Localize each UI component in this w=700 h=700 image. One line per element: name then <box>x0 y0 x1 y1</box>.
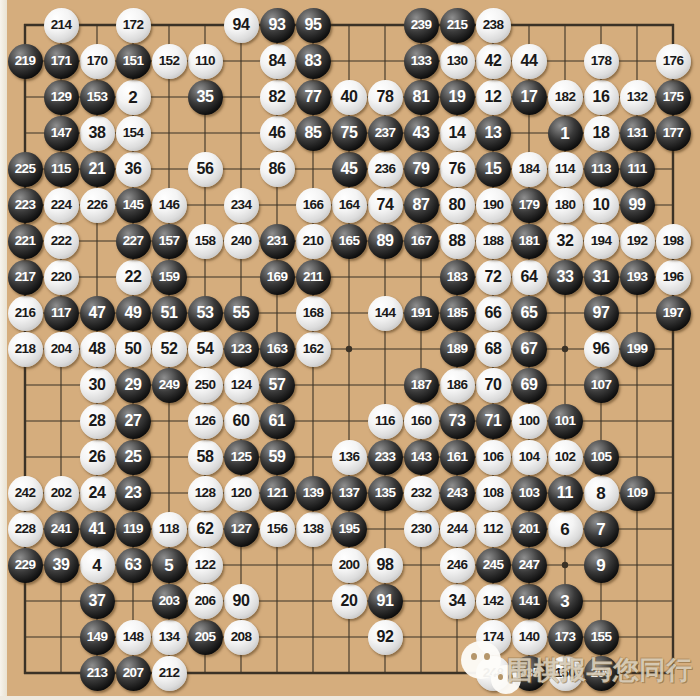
stone-white-150: 150 <box>548 656 583 691</box>
stone-black-67: 67 <box>512 332 547 367</box>
stone-black-111: 111 <box>620 152 655 187</box>
stone-white-30: 30 <box>80 368 115 403</box>
stone-black-141: 141 <box>512 584 547 619</box>
stone-white-186: 186 <box>440 368 475 403</box>
stone-black-61: 61 <box>260 404 295 439</box>
stone-white-52: 52 <box>152 332 187 367</box>
stone-white-220: 220 <box>44 260 79 295</box>
stone-black-221: 221 <box>8 224 43 259</box>
stones-layer: 1234567891011121314151617181920212223242… <box>0 0 700 700</box>
stone-white-18: 18 <box>584 116 619 151</box>
stone-white-96: 96 <box>584 332 619 367</box>
stone-white-202: 202 <box>44 476 79 511</box>
stone-black-89: 89 <box>368 224 403 259</box>
stone-white-50: 50 <box>116 332 151 367</box>
stone-black-195: 195 <box>332 512 367 547</box>
stone-white-102: 102 <box>548 440 583 475</box>
stone-white-44: 44 <box>512 44 547 79</box>
stone-black-109: 109 <box>620 476 655 511</box>
stone-black-227: 227 <box>116 224 151 259</box>
stone-white-140: 140 <box>512 620 547 655</box>
stone-black-57: 57 <box>260 368 295 403</box>
stone-white-118: 118 <box>152 512 187 547</box>
stone-black-243: 243 <box>440 476 475 511</box>
stone-white-70: 70 <box>476 368 511 403</box>
stone-white-208: 208 <box>224 620 259 655</box>
stone-black-5: 5 <box>152 548 187 583</box>
stone-black-53: 53 <box>188 296 223 331</box>
stone-white-198: 198 <box>656 224 691 259</box>
stone-white-16: 16 <box>584 80 619 115</box>
stone-white-42: 42 <box>476 44 511 79</box>
stone-black-165: 165 <box>332 224 367 259</box>
stone-black-151: 151 <box>116 44 151 79</box>
stone-white-64: 64 <box>512 260 547 295</box>
stone-black-199: 199 <box>620 332 655 367</box>
stone-black-33: 33 <box>548 260 583 295</box>
stone-white-20: 20 <box>332 584 367 619</box>
page-margin-left <box>0 0 7 700</box>
kifu-diagram: 1234567891011121314151617181920212223242… <box>0 0 700 700</box>
stone-black-225: 225 <box>8 152 43 187</box>
stone-white-88: 88 <box>440 224 475 259</box>
stone-black-153: 153 <box>80 80 115 115</box>
stone-black-113: 113 <box>584 152 619 187</box>
stone-black-169: 169 <box>260 260 295 295</box>
stone-black-167: 167 <box>404 224 439 259</box>
stone-white-6: 6 <box>548 512 583 547</box>
stone-black-131: 131 <box>620 116 655 151</box>
stone-white-54: 54 <box>188 332 223 367</box>
stone-white-154: 154 <box>116 116 151 151</box>
stone-black-209: 209 <box>584 656 619 691</box>
stone-white-84: 84 <box>260 44 295 79</box>
stone-black-63: 63 <box>116 548 151 583</box>
stone-white-138: 138 <box>296 512 331 547</box>
stone-white-142: 142 <box>476 584 511 619</box>
stone-white-130: 130 <box>440 44 475 79</box>
stone-black-83: 83 <box>296 44 331 79</box>
stone-black-19: 19 <box>440 80 475 115</box>
stone-white-240: 240 <box>224 224 259 259</box>
stone-black-197: 197 <box>656 296 691 331</box>
stone-white-204: 204 <box>44 332 79 367</box>
stone-black-93: 93 <box>260 8 295 43</box>
stone-white-132: 132 <box>620 80 655 115</box>
stone-white-238: 238 <box>476 8 511 43</box>
stone-black-17: 17 <box>512 80 547 115</box>
stone-white-206: 206 <box>188 584 223 619</box>
stone-black-137: 137 <box>332 476 367 511</box>
stone-black-129: 129 <box>44 80 79 115</box>
stone-black-183: 183 <box>440 260 475 295</box>
stone-white-158: 158 <box>188 224 223 259</box>
stone-white-58: 58 <box>188 440 223 475</box>
stone-black-31: 31 <box>584 260 619 295</box>
stone-black-179: 179 <box>512 188 547 223</box>
stone-black-233: 233 <box>368 440 403 475</box>
stone-black-107: 107 <box>584 368 619 403</box>
stone-black-235: 235 <box>512 656 547 691</box>
stone-white-228: 228 <box>8 512 43 547</box>
stone-black-139: 139 <box>296 476 331 511</box>
stone-black-145: 145 <box>116 188 151 223</box>
stone-black-175: 175 <box>656 80 691 115</box>
stone-black-231: 231 <box>260 224 295 259</box>
stone-white-34: 34 <box>440 584 475 619</box>
stone-black-43: 43 <box>404 116 439 151</box>
stone-white-184: 184 <box>512 152 547 187</box>
stone-white-28: 28 <box>80 404 115 439</box>
stone-black-213: 213 <box>80 656 115 691</box>
stone-black-161: 161 <box>440 440 475 475</box>
stone-black-237: 237 <box>368 116 403 151</box>
stone-white-196: 196 <box>656 260 691 295</box>
stone-black-81: 81 <box>404 80 439 115</box>
stone-black-219: 219 <box>8 44 43 79</box>
stone-white-120: 120 <box>224 476 259 511</box>
stone-black-101: 101 <box>548 404 583 439</box>
stone-black-9: 9 <box>584 548 619 583</box>
stone-white-216: 216 <box>8 296 43 331</box>
stone-white-66: 66 <box>476 296 511 331</box>
stone-black-249: 249 <box>152 368 187 403</box>
stone-white-100: 100 <box>512 404 547 439</box>
stone-black-37: 37 <box>80 584 115 619</box>
stone-white-192: 192 <box>620 224 655 259</box>
stone-black-55: 55 <box>224 296 259 331</box>
stone-white-104: 104 <box>512 440 547 475</box>
stone-black-135: 135 <box>368 476 403 511</box>
stone-white-8: 8 <box>584 476 619 511</box>
stone-black-203: 203 <box>152 584 187 619</box>
stone-white-134: 134 <box>152 620 187 655</box>
stone-black-47: 47 <box>80 296 115 331</box>
stone-white-126: 126 <box>188 404 223 439</box>
stone-white-180: 180 <box>548 188 583 223</box>
stone-white-114: 114 <box>548 152 583 187</box>
stone-black-245: 245 <box>476 548 511 583</box>
stone-white-78: 78 <box>368 80 403 115</box>
stone-white-4: 4 <box>80 548 115 583</box>
stone-white-92: 92 <box>368 620 403 655</box>
stone-white-200: 200 <box>332 548 367 583</box>
stone-black-65: 65 <box>512 296 547 331</box>
stone-white-32: 32 <box>548 224 583 259</box>
stone-black-41: 41 <box>80 512 115 547</box>
stone-white-86: 86 <box>260 152 295 187</box>
stone-white-234: 234 <box>224 188 259 223</box>
stone-white-176: 176 <box>656 44 691 79</box>
stone-black-77: 77 <box>296 80 331 115</box>
stone-white-48: 48 <box>80 332 115 367</box>
stone-black-123: 123 <box>224 332 259 367</box>
stone-black-97: 97 <box>584 296 619 331</box>
stone-black-119: 119 <box>116 512 151 547</box>
stone-black-125: 125 <box>224 440 259 475</box>
stone-black-207: 207 <box>116 656 151 691</box>
stone-white-26: 26 <box>80 440 115 475</box>
stone-black-143: 143 <box>404 440 439 475</box>
stone-black-191: 191 <box>404 296 439 331</box>
stone-black-21: 21 <box>80 152 115 187</box>
stone-black-91: 91 <box>368 584 403 619</box>
stone-black-149: 149 <box>80 620 115 655</box>
stone-white-168: 168 <box>296 296 331 331</box>
stone-black-177: 177 <box>656 116 691 151</box>
stone-white-40: 40 <box>332 80 367 115</box>
stone-black-11: 11 <box>548 476 583 511</box>
stone-white-172: 172 <box>116 8 151 43</box>
stone-black-173: 173 <box>548 620 583 655</box>
stone-black-79: 79 <box>404 152 439 187</box>
stone-white-190: 190 <box>476 188 511 223</box>
stone-white-194: 194 <box>584 224 619 259</box>
stone-white-174: 174 <box>476 620 511 655</box>
stone-black-7: 7 <box>584 512 619 547</box>
stone-white-156: 156 <box>260 512 295 547</box>
stone-black-95: 95 <box>296 8 331 43</box>
stone-white-182: 182 <box>548 80 583 115</box>
stone-black-29: 29 <box>116 368 151 403</box>
stone-black-73: 73 <box>440 404 475 439</box>
stone-white-148: 148 <box>116 620 151 655</box>
stone-black-239: 239 <box>404 8 439 43</box>
stone-white-178: 178 <box>584 44 619 79</box>
stone-black-87: 87 <box>404 188 439 223</box>
stone-black-49: 49 <box>116 296 151 331</box>
stone-white-164: 164 <box>332 188 367 223</box>
stone-white-10: 10 <box>584 188 619 223</box>
stone-white-160: 160 <box>404 404 439 439</box>
stone-white-218: 218 <box>8 332 43 367</box>
stone-white-236: 236 <box>368 152 403 187</box>
stone-white-224: 224 <box>44 188 79 223</box>
stone-black-71: 71 <box>476 404 511 439</box>
stone-black-241: 241 <box>44 512 79 547</box>
stone-white-116: 116 <box>368 404 403 439</box>
stone-white-60: 60 <box>224 404 259 439</box>
stone-black-75: 75 <box>332 116 367 151</box>
stone-black-27: 27 <box>116 404 151 439</box>
stone-black-121: 121 <box>260 476 295 511</box>
stone-white-212: 212 <box>152 656 187 691</box>
stone-black-15: 15 <box>476 152 511 187</box>
stone-black-25: 25 <box>116 440 151 475</box>
stone-white-112: 112 <box>476 512 511 547</box>
stone-white-144: 144 <box>368 296 403 331</box>
stone-black-159: 159 <box>152 260 187 295</box>
stone-black-117: 117 <box>44 296 79 331</box>
stone-black-51: 51 <box>152 296 187 331</box>
stone-black-247: 247 <box>512 548 547 583</box>
stone-white-230: 230 <box>404 512 439 547</box>
stone-white-68: 68 <box>476 332 511 367</box>
stone-black-85: 85 <box>296 116 331 151</box>
stone-white-72: 72 <box>476 260 511 295</box>
stone-white-108: 108 <box>476 476 511 511</box>
stone-black-69: 69 <box>512 368 547 403</box>
stone-black-105: 105 <box>584 440 619 475</box>
stone-white-122: 122 <box>188 548 223 583</box>
stone-white-110: 110 <box>188 44 223 79</box>
stone-white-246: 246 <box>440 548 475 583</box>
stone-white-244: 244 <box>440 512 475 547</box>
stone-black-39: 39 <box>44 548 79 583</box>
stone-white-106: 106 <box>476 440 511 475</box>
stone-white-76: 76 <box>440 152 475 187</box>
stone-black-163: 163 <box>260 332 295 367</box>
stone-black-201: 201 <box>512 512 547 547</box>
stone-white-98: 98 <box>368 548 403 583</box>
stone-white-2: 2 <box>116 80 151 115</box>
stone-black-171: 171 <box>44 44 79 79</box>
stone-white-226: 226 <box>80 188 115 223</box>
stone-white-124: 124 <box>224 368 259 403</box>
stone-black-99: 99 <box>620 188 655 223</box>
stone-black-133: 133 <box>404 44 439 79</box>
stone-black-185: 185 <box>440 296 475 331</box>
stone-black-157: 157 <box>152 224 187 259</box>
stone-white-242: 242 <box>8 476 43 511</box>
stone-black-127: 127 <box>224 512 259 547</box>
stone-white-62: 62 <box>188 512 223 547</box>
stone-black-13: 13 <box>476 116 511 151</box>
stone-white-248: 248 <box>476 656 511 691</box>
stone-black-103: 103 <box>512 476 547 511</box>
stone-black-215: 215 <box>440 8 475 43</box>
stone-white-162: 162 <box>296 332 331 367</box>
stone-black-45: 45 <box>332 152 367 187</box>
stone-black-189: 189 <box>440 332 475 367</box>
stone-white-90: 90 <box>224 584 259 619</box>
stone-white-56: 56 <box>188 152 223 187</box>
stone-black-3: 3 <box>548 584 583 619</box>
stone-white-152: 152 <box>152 44 187 79</box>
stone-white-80: 80 <box>440 188 475 223</box>
stone-black-59: 59 <box>260 440 295 475</box>
stone-black-181: 181 <box>512 224 547 259</box>
stone-white-22: 22 <box>116 260 151 295</box>
stone-black-187: 187 <box>404 368 439 403</box>
stone-black-217: 217 <box>8 260 43 295</box>
stone-black-35: 35 <box>188 80 223 115</box>
stone-black-1: 1 <box>548 116 583 151</box>
stone-white-12: 12 <box>476 80 511 115</box>
stone-white-24: 24 <box>80 476 115 511</box>
stone-white-146: 146 <box>152 188 187 223</box>
stone-white-94: 94 <box>224 8 259 43</box>
stone-white-74: 74 <box>368 188 403 223</box>
stone-black-155: 155 <box>584 620 619 655</box>
stone-black-211: 211 <box>296 260 331 295</box>
stone-white-82: 82 <box>260 80 295 115</box>
stone-white-46: 46 <box>260 116 295 151</box>
page-margin-bottom <box>0 696 700 700</box>
stone-black-205: 205 <box>188 620 223 655</box>
stone-white-188: 188 <box>476 224 511 259</box>
stone-white-128: 128 <box>188 476 223 511</box>
stone-white-136: 136 <box>332 440 367 475</box>
stone-black-193: 193 <box>620 260 655 295</box>
stone-black-147: 147 <box>44 116 79 151</box>
stone-white-214: 214 <box>44 8 79 43</box>
stone-white-170: 170 <box>80 44 115 79</box>
stone-white-38: 38 <box>80 116 115 151</box>
stone-white-210: 210 <box>296 224 331 259</box>
stone-white-166: 166 <box>296 188 331 223</box>
stone-white-250: 250 <box>188 368 223 403</box>
stone-black-23: 23 <box>116 476 151 511</box>
stone-black-223: 223 <box>8 188 43 223</box>
stone-black-115: 115 <box>44 152 79 187</box>
stone-white-36: 36 <box>116 152 151 187</box>
stone-white-222: 222 <box>44 224 79 259</box>
stone-white-14: 14 <box>440 116 475 151</box>
stone-white-232: 232 <box>404 476 439 511</box>
stone-black-229: 229 <box>8 548 43 583</box>
